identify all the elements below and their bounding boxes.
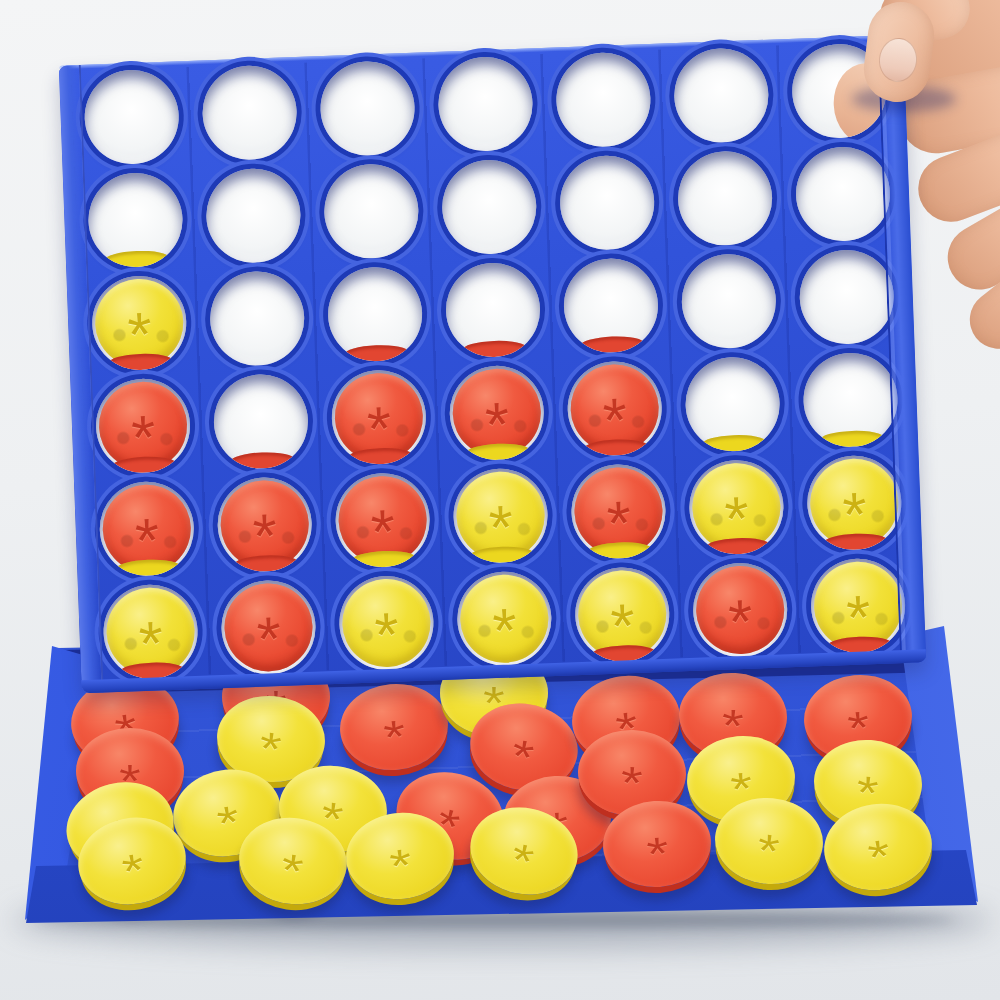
hole	[83, 68, 180, 165]
cell-r6c3[interactable]: *	[326, 569, 448, 676]
cell-r4c4[interactable]: *	[436, 359, 558, 466]
cell-r1c6[interactable]	[660, 41, 782, 148]
disc-peek	[344, 344, 408, 362]
cell-r3c5[interactable]	[550, 251, 672, 358]
hole: *	[574, 565, 671, 662]
star-emblem: *	[256, 607, 282, 670]
cell-r1c2[interactable]	[189, 59, 311, 166]
hole: *	[570, 462, 667, 559]
cell-r2c6[interactable]	[664, 144, 786, 251]
hole	[802, 351, 899, 448]
star-emblem: *	[620, 760, 643, 807]
cell-r2c4[interactable]	[428, 153, 550, 260]
hole: *	[91, 274, 188, 371]
star-emblem: *	[374, 603, 400, 666]
star-emblem: *	[645, 830, 670, 877]
star-emblem: *	[388, 842, 414, 890]
hole	[680, 252, 777, 349]
red-disc[interactable]: *	[223, 581, 314, 672]
star-emblem: *	[214, 798, 243, 847]
hole	[205, 166, 302, 263]
star-emblem: *	[492, 599, 518, 662]
star-emblem: *	[506, 836, 537, 885]
hole	[326, 265, 423, 362]
cell-r5c1[interactable]: *	[86, 475, 208, 582]
star-emblem: *	[755, 827, 781, 875]
cell-r2c3[interactable]	[310, 157, 432, 264]
cell-r6c4[interactable]: *	[443, 565, 565, 672]
hole	[684, 355, 781, 452]
yellow-disc[interactable]: *	[459, 573, 550, 664]
star-emblem: *	[727, 590, 753, 653]
hole: *	[220, 578, 317, 675]
hole	[798, 248, 895, 345]
cell-r4c1[interactable]: *	[82, 372, 204, 479]
star-emblem: *	[119, 846, 148, 895]
cell-r6c1[interactable]: *	[90, 578, 212, 685]
hole: *	[216, 475, 313, 572]
hole: *	[102, 583, 199, 680]
hole	[208, 269, 305, 366]
hole	[555, 51, 652, 148]
star-emblem: *	[382, 713, 408, 761]
hole	[437, 55, 534, 152]
hole	[673, 46, 770, 143]
cell-r1c5[interactable]	[543, 46, 665, 153]
hole: *	[809, 557, 906, 654]
hole	[212, 372, 309, 469]
hole: *	[806, 454, 903, 551]
hole: *	[566, 359, 663, 456]
hole	[794, 145, 891, 242]
red-disc[interactable]: *	[695, 564, 786, 655]
hole	[201, 64, 298, 161]
cell-r5c2[interactable]: *	[204, 470, 326, 577]
cell-r2c1[interactable]	[75, 166, 197, 273]
hole	[562, 256, 659, 353]
hole	[323, 162, 420, 259]
hole	[558, 153, 655, 250]
cell-r6c5[interactable]: *	[561, 560, 683, 667]
star-emblem: *	[508, 732, 537, 781]
cell-r6c2[interactable]: *	[208, 573, 330, 680]
cell-r4c2[interactable]	[200, 367, 322, 474]
hole	[441, 158, 538, 255]
star-emblem: *	[257, 725, 283, 773]
hole	[444, 261, 541, 358]
cell-r5c5[interactable]: *	[558, 457, 680, 564]
hole	[676, 149, 773, 246]
hole	[319, 59, 416, 156]
yellow-disc[interactable]: *	[341, 577, 432, 668]
cell-r3c2[interactable]	[196, 264, 318, 371]
cell-r1c1[interactable]	[71, 63, 193, 170]
hole: *	[688, 458, 785, 555]
tray-red-disc[interactable]: *	[336, 679, 451, 774]
disc-peek	[580, 335, 644, 353]
star-emblem: *	[278, 847, 306, 896]
disc-peek	[820, 429, 884, 447]
hole: *	[448, 364, 545, 461]
cell-r5c6[interactable]: *	[676, 453, 798, 560]
disc-peek	[462, 339, 526, 357]
cell-r1c4[interactable]	[425, 50, 547, 157]
cell-r4c6[interactable]	[672, 350, 794, 457]
cell-r3c3[interactable]	[314, 260, 436, 367]
cell-r1c3[interactable]	[307, 54, 429, 161]
cell-r3c6[interactable]	[668, 247, 790, 354]
cell-r2c5[interactable]	[546, 149, 668, 256]
cell-r4c5[interactable]: *	[554, 354, 676, 461]
cell-r4c3[interactable]: *	[318, 363, 440, 470]
cell-r5c4[interactable]: *	[440, 462, 562, 569]
hole	[87, 171, 184, 268]
hole: *	[334, 471, 431, 568]
hole: *	[691, 561, 788, 658]
hole: *	[94, 377, 191, 474]
cell-r5c3[interactable]: *	[322, 466, 444, 573]
connect-four-photo: ************************* **************…	[0, 0, 1000, 1000]
connect-four-board: *******************	[59, 35, 926, 694]
cell-r3c1[interactable]: *	[78, 269, 200, 376]
hole: *	[452, 467, 549, 564]
hole: *	[330, 368, 427, 465]
cell-r6c6[interactable]: *	[679, 556, 801, 663]
disc-peek	[105, 249, 169, 267]
cell-r2c2[interactable]	[193, 162, 315, 269]
star-emblem: *	[865, 833, 893, 882]
hole: *	[338, 574, 435, 671]
disc-peek	[702, 434, 766, 452]
cell-r3c4[interactable]	[432, 256, 554, 363]
board-grid: *******************	[59, 35, 919, 685]
hole: *	[98, 480, 195, 577]
disc-peek	[230, 451, 294, 469]
hole: *	[456, 570, 553, 667]
